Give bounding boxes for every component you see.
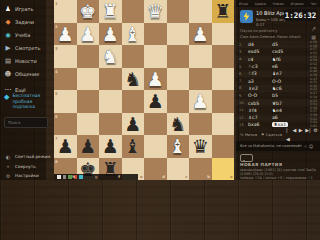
move-white[interactable]: bxa6 xyxy=(248,122,272,127)
chat-message: Все за Mahahomia, не сомневайтесь? xyxy=(240,144,302,148)
square-f5[interactable] xyxy=(99,90,122,113)
draw-button[interactable]: ½ Ничья xyxy=(240,132,257,137)
indicator-square xyxy=(68,175,72,179)
panel-tab-3[interactable]: Новая xyxy=(273,2,284,6)
square-f7[interactable]: ♟ xyxy=(99,135,122,158)
piece-white-pawn[interactable]: ♟ xyxy=(77,23,100,46)
square-f6[interactable] xyxy=(99,113,122,136)
rank-label: 3 xyxy=(55,46,58,51)
settings-gear-icon: ⚙ xyxy=(4,172,12,180)
indicator-square xyxy=(79,175,83,179)
thumbs-up-icon[interactable]: ☝ xyxy=(304,144,307,149)
move-number: 2. xyxy=(239,43,248,47)
panel-tab-4[interactable]: Игроки xyxy=(290,2,303,6)
square-h7[interactable]: 7♟ xyxy=(54,135,77,158)
move-black[interactable]: b5 xyxy=(272,93,296,98)
sidebar-item-2[interactable]: ◆Задачи xyxy=(4,16,34,27)
square-d8[interactable]: d xyxy=(144,158,167,181)
square-a1[interactable]: ♜ xyxy=(212,0,235,23)
rank-label: 5 xyxy=(55,91,58,96)
social-icon: ☻ xyxy=(4,70,12,78)
square-g4[interactable] xyxy=(77,68,100,91)
pairing-points: победа +24 / ничья +8 / поражение −1 xyxy=(240,176,316,180)
move-list: 2.d4d54:594:583.exd5cxd54:574:554.c4♞f64… xyxy=(236,41,320,129)
rank-label: 6 xyxy=(55,114,58,119)
square-g6[interactable] xyxy=(77,113,100,136)
square-g3[interactable] xyxy=(77,45,100,68)
sidebar-item-6[interactable]: ☻Общение xyxy=(4,68,39,79)
file-label: c xyxy=(185,174,187,179)
move-white[interactable]: exd5 xyxy=(248,49,272,54)
square-g1[interactable]: ♚ xyxy=(77,0,100,23)
move-row: 2.d4d54:594:58 xyxy=(236,41,320,48)
puzzle-icon: ◆ xyxy=(4,18,12,26)
square-a5[interactable] xyxy=(212,90,235,113)
move-number: 4. xyxy=(239,57,248,61)
piece-black-knight[interactable]: ♞ xyxy=(122,68,145,91)
square-b8[interactable]: b xyxy=(189,158,212,181)
half-icon: ½ xyxy=(240,132,244,137)
sidebar-item-label: Смотреть xyxy=(15,45,40,51)
square-h4[interactable]: 4 xyxy=(54,68,77,91)
game-panel: ИграАренаНоваяИгрокиЧат 10 Blitz Арена Б… xyxy=(236,0,320,180)
square-h6[interactable]: 6 xyxy=(54,113,77,136)
piece-black-rook[interactable]: ♜ xyxy=(212,0,235,23)
move-black[interactable]: d5 xyxy=(272,42,296,47)
square-h3[interactable]: 3 xyxy=(54,45,77,68)
piece-black-bishop[interactable]: ♝ xyxy=(122,135,145,158)
square-e4[interactable]: ♞ xyxy=(122,68,145,91)
move-black[interactable]: e6 xyxy=(272,64,296,69)
square-c7[interactable]: ♝ xyxy=(167,135,190,158)
square-e3[interactable] xyxy=(122,45,145,68)
sidebar-item-label: Играть xyxy=(15,6,33,12)
square-d5[interactable]: ♟ xyxy=(144,90,167,113)
move-black[interactable]: ♝e7 xyxy=(272,71,296,76)
square-b6[interactable] xyxy=(189,113,212,136)
piece-white-bishop[interactable]: ♝ xyxy=(122,23,145,46)
sidebar-item-label: Ещё xyxy=(15,87,26,93)
file-label: f xyxy=(118,174,120,179)
square-a4[interactable] xyxy=(212,68,235,91)
move-number: 3. xyxy=(239,50,248,54)
square-f2[interactable]: ♟ xyxy=(99,23,122,46)
panel-tab-2[interactable]: Арена xyxy=(255,2,266,6)
piece-black-pawn[interactable]: ♟ xyxy=(99,135,122,158)
square-c8[interactable]: c xyxy=(167,158,190,181)
chat-bubble-icon[interactable] xyxy=(240,154,253,163)
flag-icon: ⚑ xyxy=(261,132,264,137)
square-a2[interactable] xyxy=(212,23,235,46)
move-white[interactable]: O-O xyxy=(248,93,272,98)
new-game-header: НОВАЯ ПАРТИЯ xyxy=(240,162,282,167)
square-e5[interactable] xyxy=(122,90,145,113)
sidebar: ♟Играть◆Задачи◉Учеба▶Смотреть▤Новости☻Об… xyxy=(0,0,46,180)
square-f4[interactable] xyxy=(99,68,122,91)
move-number: 12. xyxy=(239,116,248,120)
search-input[interactable] xyxy=(4,117,48,128)
event-status: Пауза по рейтингу xyxy=(240,28,278,33)
square-c4[interactable] xyxy=(167,68,190,91)
file-label: a xyxy=(230,174,233,179)
news-icon: ▤ xyxy=(4,57,12,65)
lessons-icon: ◉ xyxy=(4,31,12,39)
piece-white-rook[interactable]: ♜ xyxy=(99,0,122,23)
sidebar-item-label: Новости xyxy=(15,58,37,64)
sidebar-item-1[interactable]: ♟Играть xyxy=(4,3,33,14)
move-number: 9. xyxy=(239,94,248,98)
square-d7[interactable] xyxy=(144,135,167,158)
square-f3[interactable]: ♞ xyxy=(99,45,122,68)
square-c6[interactable]: ♞ xyxy=(167,113,190,136)
move-white[interactable]: ♘f3 xyxy=(248,71,272,76)
piece-white-pawn[interactable]: ♟ xyxy=(99,23,122,46)
tournament-timer: 1:26:32 xyxy=(284,9,317,21)
piece-white-pawn[interactable]: ♟ xyxy=(144,68,167,91)
move-black[interactable]: O-O xyxy=(272,79,296,84)
move-row: 7.a3O-O4:434:31 xyxy=(236,77,320,84)
smiley-icon[interactable]: ☺ xyxy=(309,144,314,149)
square-a3[interactable] xyxy=(212,45,235,68)
square-c2[interactable] xyxy=(167,23,190,46)
free-trial-link[interactable]: ◆ Бесплатная пробная подписка xyxy=(4,93,42,110)
indicator-square xyxy=(57,175,61,179)
piece-black-queen[interactable]: ♛ xyxy=(189,135,212,158)
square-b7[interactable]: ♛ xyxy=(189,135,212,158)
piece-black-pawn[interactable]: ♟ xyxy=(144,90,167,113)
move-row: 12.♗c7a63:393:21 xyxy=(236,114,320,121)
piece-white-knight[interactable]: ♞ xyxy=(99,45,122,68)
square-b1[interactable] xyxy=(189,0,212,23)
move-black[interactable]: ♞c6 xyxy=(272,86,296,91)
chat-strip: Все за Mahahomia, не сомневайтесь? ☝ ☺ xyxy=(236,141,320,151)
opening-name: Caro-Kann Defense: Panov Attack xyxy=(240,35,310,39)
square-a6[interactable] xyxy=(212,113,235,136)
rank-label: 1 xyxy=(55,1,58,6)
panel-tab-1[interactable]: Игра xyxy=(239,2,248,6)
panel-tabs: ИграАренаНоваяИгрокиЧат xyxy=(236,0,320,7)
move-row: 6.♘f3♝e74:484:39 xyxy=(236,70,320,77)
move-number: 8. xyxy=(239,86,248,90)
square-d1[interactable]: ♛ xyxy=(144,0,167,23)
piece-white-pawn[interactable]: ♟ xyxy=(189,23,212,46)
square-g7[interactable]: ♟ xyxy=(77,135,100,158)
square-e6[interactable]: ♟ xyxy=(122,113,145,136)
rank-label: 2 xyxy=(55,24,58,29)
square-b5[interactable]: ♟ xyxy=(189,90,212,113)
sidebar-item-label: Учеба xyxy=(15,32,30,38)
square-g2[interactable]: ♟ xyxy=(77,23,100,46)
file-label: h xyxy=(72,174,75,179)
sidebar-bottom-settings-gear[interactable]: ⚙Настройки xyxy=(4,170,39,180)
sidebar-item-5[interactable]: ▤Новости xyxy=(4,55,37,66)
move-white[interactable]: ♗e2 xyxy=(248,86,272,91)
piece-black-pawn[interactable]: ♟ xyxy=(122,113,145,136)
indicator-square xyxy=(63,175,67,179)
sidebar-item-label: Общение xyxy=(15,71,39,77)
sidebar-item-3[interactable]: ◉Учеба xyxy=(4,29,30,40)
piece-black-pawn[interactable]: ♟ xyxy=(77,135,100,158)
move-white[interactable]: a3 xyxy=(248,79,272,84)
square-c3[interactable] xyxy=(167,45,190,68)
collapse-icon: « xyxy=(4,162,12,170)
sidebar-item-4[interactable]: ▶Смотреть xyxy=(4,42,40,53)
move-row: 4.c4♞f64:554:50 xyxy=(236,56,320,63)
piece-white-bishop[interactable]: ♝ xyxy=(167,135,190,158)
piece-black-knight[interactable]: ♞ xyxy=(167,113,190,136)
file-label: b xyxy=(207,174,210,179)
square-g5[interactable] xyxy=(77,90,100,113)
piece-white-king[interactable]: ♚ xyxy=(77,0,100,23)
move-white[interactable]: ♗c7 xyxy=(248,115,272,120)
game-controls: ½ Ничья ⚑ Сдаться |◀◀▶▶|⚙ xyxy=(236,130,320,139)
move-number: 6. xyxy=(239,72,248,76)
move-black[interactable]: ♞e4 xyxy=(272,108,296,113)
file-label: g xyxy=(95,174,98,179)
move-black[interactable]: cxd5 xyxy=(272,49,296,54)
move-row: 10.cxb5♛b74:153:54 xyxy=(236,99,320,106)
square-b3[interactable] xyxy=(189,45,212,68)
square-d2[interactable] xyxy=(144,23,167,46)
square-a8[interactable]: a xyxy=(212,158,235,181)
square-d3[interactable] xyxy=(144,45,167,68)
move-white[interactable]: d4 xyxy=(248,42,272,47)
share-icon[interactable]: ↗ xyxy=(311,25,316,32)
move-row: 3.exd5cxd54:574:55 xyxy=(236,48,320,55)
square-e1[interactable] xyxy=(122,0,145,23)
move-number: 5. xyxy=(239,65,248,69)
rank-label: 4 xyxy=(55,69,58,74)
square-e2[interactable]: ♝ xyxy=(122,23,145,46)
move-white[interactable]: ♘c3 xyxy=(248,64,272,69)
move-white[interactable]: c4 xyxy=(248,57,272,62)
move-number: 7. xyxy=(239,79,248,83)
move-black[interactable]: ♞f6 xyxy=(272,57,296,62)
move-row: 5.♘c3e64:524:46 xyxy=(236,63,320,70)
move-black[interactable]: ♛b7 xyxy=(272,101,296,106)
square-b4[interactable] xyxy=(189,68,212,91)
lightning-icon xyxy=(240,10,253,23)
square-h2[interactable]: 2♟ xyxy=(54,23,77,46)
move-number: 11. xyxy=(239,108,248,112)
pawn-icon: ♟ xyxy=(4,5,12,13)
panel-tab-5[interactable]: Чат xyxy=(310,2,317,6)
chess-board[interactable]: 1♚♜♛♜2♟♟♟♝♟3♞4♞♟5♟♟6♟♞7♟♟♟♝♝♛8hg♚f♜edcba xyxy=(54,0,234,180)
diamond-icon: ◆ xyxy=(4,93,9,110)
board-grid-icon[interactable]: ▦ xyxy=(311,34,316,40)
square-d4[interactable]: ♟ xyxy=(144,68,167,91)
square-e7[interactable]: ♝ xyxy=(122,135,145,158)
square-h1[interactable]: 1 xyxy=(54,0,77,23)
square-a7[interactable] xyxy=(212,135,235,158)
rank-label: 8 xyxy=(55,159,58,164)
free-trial-label: Бесплатная пробная подписка xyxy=(12,93,42,110)
square-c5[interactable] xyxy=(167,90,190,113)
move-row: 8.♗e2♞c64:364:22 xyxy=(236,85,320,92)
file-label: e xyxy=(140,174,143,179)
watch-icon: ▶ xyxy=(4,44,12,52)
sidebar-item-label: Задачи xyxy=(15,19,34,25)
piece-white-pawn[interactable]: ♟ xyxy=(189,90,212,113)
move-white[interactable]: cxb5 xyxy=(248,101,272,106)
square-h5[interactable]: 5 xyxy=(54,90,77,113)
move-black[interactable]: a6 xyxy=(272,115,296,120)
square-f1[interactable]: ♜ xyxy=(99,0,122,23)
move-number: 13. xyxy=(239,123,248,127)
theme-icon: ◐ xyxy=(4,153,12,161)
square-c1[interactable] xyxy=(167,0,190,23)
square-d6[interactable] xyxy=(144,113,167,136)
piece-white-queen[interactable]: ♛ xyxy=(144,0,167,23)
square-b2[interactable]: ♟ xyxy=(189,23,212,46)
rank-label: 7 xyxy=(55,136,58,141)
move-row: 11.♗f4♞e43:583:37 xyxy=(236,107,320,114)
event-info: 0:17 xyxy=(256,22,265,27)
file-label: d xyxy=(162,174,165,179)
resign-button[interactable]: ⚑ Сдаться xyxy=(261,132,282,137)
move-row: 9.O-Ob54:274:10 xyxy=(236,92,320,99)
move-white[interactable]: ♗f4 xyxy=(248,108,272,113)
move-number: 10. xyxy=(239,101,248,105)
